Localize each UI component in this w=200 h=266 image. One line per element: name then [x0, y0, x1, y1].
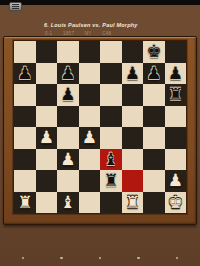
game-title: 6. Louis Paulsen vs. Paul Morphy: [44, 22, 138, 28]
square-f7[interactable]: ♟: [122, 63, 144, 85]
piece-white-pawn[interactable]: ♟: [39, 129, 54, 146]
square-e3[interactable]: ♝: [100, 149, 122, 171]
square-b3[interactable]: [36, 149, 58, 171]
square-h6[interactable]: ♜: [165, 84, 187, 106]
page-dot-4[interactable]: [137, 257, 140, 260]
square-f6[interactable]: [122, 84, 144, 106]
square-c7[interactable]: ♟: [57, 63, 79, 85]
square-f4[interactable]: [122, 127, 144, 149]
square-d4[interactable]: ♟: [79, 127, 101, 149]
square-d7[interactable]: [79, 63, 101, 85]
square-d8[interactable]: [79, 41, 101, 63]
games-list-button[interactable]: [9, 2, 22, 11]
piece-black-rook[interactable]: ♜: [103, 172, 118, 189]
piece-white-pawn[interactable]: ♟: [168, 172, 183, 189]
square-a1[interactable]: ♜: [14, 192, 36, 214]
square-f5[interactable]: [122, 106, 144, 128]
page-dot-2[interactable]: [60, 257, 63, 260]
board-frame: ♚♟♟♟♟♟♟♜♟♟♟♝♜♟♜♝♜♚: [3, 36, 197, 225]
square-g1[interactable]: [143, 192, 165, 214]
square-g4[interactable]: [143, 127, 165, 149]
square-a2[interactable]: [14, 170, 36, 192]
piece-white-pawn[interactable]: ♟: [60, 151, 75, 168]
square-e1[interactable]: [100, 192, 122, 214]
square-e4[interactable]: [100, 127, 122, 149]
square-g5[interactable]: [143, 106, 165, 128]
piece-black-pawn[interactable]: ♟: [125, 65, 140, 82]
piece-white-bishop[interactable]: ♝: [60, 194, 75, 211]
square-c5[interactable]: [57, 106, 79, 128]
square-e7[interactable]: [100, 63, 122, 85]
page-dots[interactable]: [0, 255, 200, 261]
square-c6[interactable]: ♟: [57, 84, 79, 106]
square-h8[interactable]: [165, 41, 187, 63]
piece-black-pawn[interactable]: ♟: [60, 86, 75, 103]
square-c2[interactable]: [57, 170, 79, 192]
square-d3[interactable]: [79, 149, 101, 171]
square-b7[interactable]: [36, 63, 58, 85]
square-d6[interactable]: [79, 84, 101, 106]
square-h7[interactable]: ♟: [165, 63, 187, 85]
piece-black-pawn[interactable]: ♟: [17, 65, 32, 82]
square-c3[interactable]: ♟: [57, 149, 79, 171]
square-g3[interactable]: [143, 149, 165, 171]
piece-white-king[interactable]: ♚: [168, 194, 183, 211]
list-icon: [12, 4, 19, 9]
square-a8[interactable]: [14, 41, 36, 63]
square-d5[interactable]: [79, 106, 101, 128]
square-b4[interactable]: ♟: [36, 127, 58, 149]
square-d1[interactable]: [79, 192, 101, 214]
square-f3[interactable]: [122, 149, 144, 171]
square-g7[interactable]: ♟: [143, 63, 165, 85]
piece-white-pawn[interactable]: ♟: [82, 129, 97, 146]
piece-white-rook[interactable]: ♜: [17, 194, 32, 211]
square-b2[interactable]: [36, 170, 58, 192]
square-e8[interactable]: [100, 41, 122, 63]
square-h2[interactable]: ♟: [165, 170, 187, 192]
square-e6[interactable]: [100, 84, 122, 106]
square-h4[interactable]: [165, 127, 187, 149]
square-b1[interactable]: [36, 192, 58, 214]
square-b5[interactable]: [36, 106, 58, 128]
square-a5[interactable]: [14, 106, 36, 128]
piece-black-pawn[interactable]: ♟: [60, 65, 75, 82]
square-d2[interactable]: [79, 170, 101, 192]
piece-black-king[interactable]: ♚: [146, 43, 161, 60]
square-b6[interactable]: [36, 84, 58, 106]
square-c1[interactable]: ♝: [57, 192, 79, 214]
piece-black-pawn[interactable]: ♟: [168, 65, 183, 82]
square-a7[interactable]: ♟: [14, 63, 36, 85]
square-a6[interactable]: [14, 84, 36, 106]
square-f1[interactable]: ♜: [122, 192, 144, 214]
page-dot-3[interactable]: [99, 257, 102, 260]
square-f8[interactable]: [122, 41, 144, 63]
app-screen: 6. Louis Paulsen vs. Paul Morphy 0-1 185…: [0, 0, 200, 266]
page-dot-5[interactable]: [176, 257, 179, 260]
square-a3[interactable]: [14, 149, 36, 171]
piece-black-pawn[interactable]: ♟: [146, 65, 161, 82]
square-f2[interactable]: [122, 170, 144, 192]
square-b8[interactable]: [36, 41, 58, 63]
square-e2[interactable]: ♜: [100, 170, 122, 192]
square-h5[interactable]: [165, 106, 187, 128]
square-e5[interactable]: [100, 106, 122, 128]
square-g6[interactable]: [143, 84, 165, 106]
square-a4[interactable]: [14, 127, 36, 149]
piece-black-rook[interactable]: ♜: [168, 86, 183, 103]
chess-board: ♚♟♟♟♟♟♟♜♟♟♟♝♜♟♜♝♜♚: [13, 40, 187, 214]
square-c8[interactable]: [57, 41, 79, 63]
square-c4[interactable]: [57, 127, 79, 149]
status-bar: [0, 0, 200, 5]
square-g8[interactable]: ♚: [143, 41, 165, 63]
piece-white-rook[interactable]: ♜: [125, 194, 140, 211]
square-h1[interactable]: ♚: [165, 192, 187, 214]
square-h3[interactable]: [165, 149, 187, 171]
square-g2[interactable]: [143, 170, 165, 192]
piece-black-bishop[interactable]: ♝: [103, 151, 118, 168]
page-dot-1[interactable]: [22, 257, 25, 260]
